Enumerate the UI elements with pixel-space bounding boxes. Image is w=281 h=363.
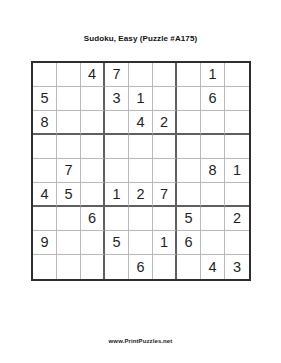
sudoku-cell-r1c6 [153,63,177,87]
sudoku-cell-r3c5: 4 [129,111,153,135]
sudoku-cell-r1c8: 1 [201,63,225,87]
sudoku-cell-r2c3 [81,87,105,111]
sudoku-cell-r3c1: 8 [33,111,57,135]
sudoku-cell-r4c8 [201,135,225,159]
sudoku-cell-r7c4 [105,207,129,231]
sudoku-cell-r2c9 [225,87,249,111]
sudoku-cell-r3c8 [201,111,225,135]
sudoku-cell-r5c6 [153,159,177,183]
sudoku-cell-r6c2: 5 [57,183,81,207]
sudoku-cell-r7c5 [129,207,153,231]
sudoku-cell-r5c8: 8 [201,159,225,183]
sudoku-cell-r5c9: 1 [225,159,249,183]
sudoku-cell-r8c2 [57,231,81,255]
sudoku-cell-r8c1: 9 [33,231,57,255]
sudoku-cell-r9c6 [153,255,177,279]
sudoku-cell-r8c8 [201,231,225,255]
sudoku-cell-r5c7 [177,159,201,183]
sudoku-cell-r3c7 [177,111,201,135]
sudoku-cell-r1c4: 7 [105,63,129,87]
sudoku-cell-r2c1: 5 [33,87,57,111]
sudoku-cell-r4c1 [33,135,57,159]
sudoku-cell-r8c6: 1 [153,231,177,255]
sudoku-cell-r7c6 [153,207,177,231]
sudoku-cell-r9c1 [33,255,57,279]
sudoku-cell-r3c6: 2 [153,111,177,135]
sudoku-cell-r1c3: 4 [81,63,105,87]
sudoku-cell-r6c6: 7 [153,183,177,207]
sudoku-cell-r2c2 [57,87,81,111]
sudoku-cell-r6c3 [81,183,105,207]
sudoku-cell-r3c2 [57,111,81,135]
sudoku-cell-r9c3 [81,255,105,279]
sudoku-page: Sudoku, Easy (Puzzle #A175) 471531684278… [0,0,281,363]
sudoku-cell-r1c7 [177,63,201,87]
sudoku-cell-r9c4 [105,255,129,279]
sudoku-cell-r4c5 [129,135,153,159]
sudoku-cell-r4c7 [177,135,201,159]
sudoku-cell-r4c9 [225,135,249,159]
sudoku-cell-r6c8 [201,183,225,207]
sudoku-cell-r7c2 [57,207,81,231]
sudoku-cell-r7c3: 6 [81,207,105,231]
sudoku-cell-r7c1 [33,207,57,231]
sudoku-cell-r9c7 [177,255,201,279]
sudoku-cell-r5c3 [81,159,105,183]
sudoku-cell-r3c3 [81,111,105,135]
sudoku-cell-r6c7 [177,183,201,207]
sudoku-cell-r2c6 [153,87,177,111]
sudoku-cell-r7c7: 5 [177,207,201,231]
sudoku-cell-r8c3 [81,231,105,255]
page-title: Sudoku, Easy (Puzzle #A175) [0,34,281,43]
sudoku-cell-r5c4 [105,159,129,183]
sudoku-cell-r8c7: 6 [177,231,201,255]
sudoku-cell-r9c9: 3 [225,255,249,279]
sudoku-cell-r8c4: 5 [105,231,129,255]
sudoku-cell-r7c8 [201,207,225,231]
sudoku-cell-r8c5 [129,231,153,255]
sudoku-cell-r9c2 [57,255,81,279]
footer-site-label: www.PrintPuzzles.net [0,338,281,344]
sudoku-cell-r1c5 [129,63,153,87]
sudoku-cell-r2c5: 1 [129,87,153,111]
sudoku-cell-r1c2 [57,63,81,87]
sudoku-cell-r1c9 [225,63,249,87]
sudoku-cell-r2c7 [177,87,201,111]
sudoku-cell-r5c5 [129,159,153,183]
sudoku-cell-r2c4: 3 [105,87,129,111]
sudoku-cell-r6c1: 4 [33,183,57,207]
sudoku-board: 4715316842781451276529516643 [31,61,251,281]
sudoku-cell-r3c4 [105,111,129,135]
sudoku-cell-r4c3 [81,135,105,159]
sudoku-cell-r5c2: 7 [57,159,81,183]
sudoku-cell-r1c1 [33,63,57,87]
sudoku-cell-r5c1 [33,159,57,183]
sudoku-cell-r8c9 [225,231,249,255]
sudoku-cell-r6c9 [225,183,249,207]
sudoku-cell-r6c4: 1 [105,183,129,207]
sudoku-cell-r9c8: 4 [201,255,225,279]
sudoku-cell-r3c9 [225,111,249,135]
sudoku-cell-r2c8: 6 [201,87,225,111]
sudoku-cell-r4c2 [57,135,81,159]
sudoku-cell-r4c4 [105,135,129,159]
sudoku-cell-r9c5: 6 [129,255,153,279]
sudoku-cell-r7c9: 2 [225,207,249,231]
sudoku-cell-r4c6 [153,135,177,159]
sudoku-cell-r6c5: 2 [129,183,153,207]
